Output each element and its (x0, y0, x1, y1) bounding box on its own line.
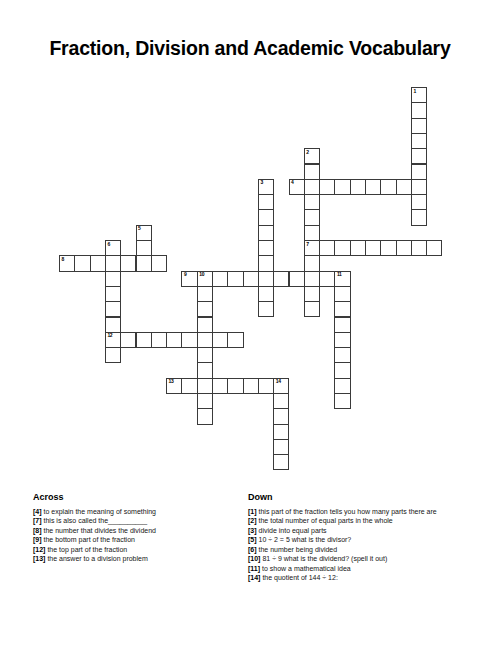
grid-cell[interactable]: 7 (304, 240, 320, 256)
grid-cell[interactable] (166, 332, 182, 348)
grid-cell[interactable] (411, 133, 427, 149)
grid-cell[interactable] (380, 179, 396, 195)
grid-cell[interactable] (304, 164, 320, 180)
grid-cell[interactable] (350, 179, 366, 195)
grid-cell[interactable] (105, 255, 121, 271)
down-clue-list: [1] this part of the fraction tells you … (248, 507, 496, 583)
grid-cell[interactable] (350, 240, 366, 256)
grid-cell[interactable] (334, 362, 350, 378)
clue-number-label: 12 (107, 333, 112, 338)
grid-cell[interactable] (396, 179, 412, 195)
grid-cell[interactable] (105, 347, 121, 363)
grid-cell[interactable]: 8 (59, 255, 75, 271)
grid-cell[interactable] (243, 378, 259, 394)
grid-cell[interactable] (411, 194, 427, 210)
clue-number: [9] (33, 536, 42, 543)
grid-cell[interactable] (258, 378, 274, 394)
grid-cell[interactable] (289, 271, 305, 287)
grid-cell[interactable] (273, 424, 289, 440)
clue-number: [8] (33, 527, 42, 534)
grid-cell[interactable] (243, 271, 259, 287)
grid-cell[interactable] (334, 179, 350, 195)
grid-cell[interactable] (197, 347, 213, 363)
clue-number: [6] (248, 546, 257, 553)
grid-cell[interactable] (334, 332, 350, 348)
down-header: Down (248, 492, 496, 502)
grid-cell[interactable]: 5 (136, 225, 152, 241)
grid-cell[interactable] (212, 378, 228, 394)
clue-item-down-3: [3] divide into equal parts (248, 526, 496, 536)
clue-item-down-2: [2] the total number of equal parts in t… (248, 516, 496, 526)
grid-cell[interactable] (411, 148, 427, 164)
grid-cell[interactable]: 12 (105, 332, 121, 348)
grid-cell[interactable] (151, 255, 167, 271)
clue-number: [1] (248, 508, 257, 515)
clue-number-label: 1 (413, 89, 415, 94)
grid-cell[interactable] (151, 332, 167, 348)
grid-cell[interactable] (120, 332, 136, 348)
worksheet-page: Fraction, Division and Academic Vocabula… (0, 0, 500, 647)
grid-cell[interactable] (319, 271, 335, 287)
puzzle-title: Fraction, Division and Academic Vocabula… (0, 37, 500, 60)
grid-cell[interactable] (136, 332, 152, 348)
clue-number: [12] (33, 546, 45, 553)
grid-cell[interactable] (212, 332, 228, 348)
grid-cell[interactable] (411, 164, 427, 180)
clue-item-across-8: [8] the number that divides the dividend (33, 526, 245, 536)
grid-cell[interactable] (181, 332, 197, 348)
clue-number-label: 11 (337, 272, 342, 277)
across-clue-list: [4] to explain the meaning of something[… (33, 507, 245, 564)
grid-cell[interactable] (197, 393, 213, 409)
grid-cell[interactable]: 1 (411, 87, 427, 103)
clue-number-label: 6 (107, 242, 109, 247)
grid-cell[interactable] (74, 255, 90, 271)
grid-cell[interactable] (411, 102, 427, 118)
clue-number-label: 14 (276, 379, 281, 384)
grid-cell[interactable] (212, 271, 228, 287)
grid-cell[interactable] (273, 439, 289, 455)
down-clues-section: Down [1] this part of the fraction tells… (248, 492, 496, 583)
clue-item-across-13: [13] the answer to a division problem (33, 554, 245, 564)
grid-cell[interactable] (197, 286, 213, 302)
grid-cell[interactable] (273, 393, 289, 409)
grid-cell[interactable] (319, 179, 335, 195)
grid-cell[interactable] (304, 179, 320, 195)
grid-cell[interactable] (273, 271, 289, 287)
grid-cell[interactable] (334, 393, 350, 409)
clue-number-label: 10 (199, 272, 204, 277)
grid-cell[interactable] (304, 255, 320, 271)
clue-item-across-9: [9] the bottom part of the fraction (33, 535, 245, 545)
clue-item-down-11: [11] to show a mathematical idea (248, 564, 496, 574)
grid-cell[interactable] (136, 240, 152, 256)
clue-number: [3] (248, 527, 257, 534)
grid-cell[interactable] (120, 255, 136, 271)
grid-cell[interactable] (197, 301, 213, 317)
clue-number: [10] (248, 555, 260, 562)
grid-cell[interactable] (426, 240, 442, 256)
grid-cell[interactable] (258, 301, 274, 317)
grid-cell[interactable] (380, 240, 396, 256)
clue-item-down-10: [10] 81 ÷ 9 what is the dividend? (spell… (248, 554, 496, 564)
grid-cell[interactable] (197, 332, 213, 348)
grid-cell[interactable] (258, 225, 274, 241)
clue-number-label: 2 (306, 150, 308, 155)
across-clues-section: Across [4] to explain the meaning of som… (33, 492, 245, 564)
clue-item-down-14: [14] the quotient of 144 ÷ 12: (248, 573, 496, 583)
grid-cell[interactable]: 4 (289, 179, 305, 195)
grid-cell[interactable]: 3 (258, 179, 274, 195)
grid-cell[interactable] (411, 240, 427, 256)
grid-cell[interactable] (365, 179, 381, 195)
clue-item-across-7: [7] this is also called the__________ (33, 516, 245, 526)
grid-cell[interactable] (334, 240, 350, 256)
grid-cell[interactable] (304, 225, 320, 241)
grid-cell[interactable] (197, 362, 213, 378)
grid-cell[interactable] (273, 408, 289, 424)
grid-cell[interactable] (105, 317, 121, 333)
clue-number-label: 8 (62, 257, 64, 262)
clue-item-across-12: [12] the top part of the fraction (33, 545, 245, 555)
grid-cell[interactable] (258, 271, 274, 287)
grid-cell[interactable] (334, 378, 350, 394)
grid-cell[interactable] (105, 271, 121, 287)
clue-number: [2] (248, 517, 257, 524)
clue-number-label: 3 (260, 180, 262, 185)
grid-cell[interactable] (411, 179, 427, 195)
grid-cell[interactable] (227, 378, 243, 394)
grid-cell[interactable] (258, 209, 274, 225)
clue-item-down-1: [1] this part of the fraction tells you … (248, 507, 496, 517)
grid-cell[interactable] (396, 240, 412, 256)
grid-cell[interactable] (411, 118, 427, 134)
grid-cell[interactable] (105, 286, 121, 302)
grid-cell[interactable] (319, 240, 335, 256)
clue-item-down-5: [5] 10 ÷ 2 = 5 what is the divisor? (248, 535, 496, 545)
clue-number: [14] (248, 574, 260, 581)
grid-cell[interactable]: 2 (304, 148, 320, 164)
across-header: Across (33, 492, 245, 502)
grid-cell[interactable] (304, 301, 320, 317)
grid-cell[interactable]: 6 (105, 240, 121, 256)
grid-cell[interactable] (227, 271, 243, 287)
grid-cell[interactable]: 10 (197, 271, 213, 287)
grid-cell[interactable] (304, 209, 320, 225)
clue-number: [13] (33, 555, 45, 562)
clue-number: [7] (33, 517, 42, 524)
grid-cell[interactable] (258, 286, 274, 302)
clue-number-label: 7 (306, 242, 308, 247)
grid-cell[interactable]: 11 (334, 271, 350, 287)
grid-cell[interactable] (197, 378, 213, 394)
grid-cell[interactable] (197, 408, 213, 424)
grid-cell[interactable]: 9 (181, 271, 197, 287)
crossword-grid: 4789101112131412356 (59, 87, 443, 471)
grid-cell[interactable] (90, 255, 106, 271)
grid-cell[interactable] (258, 240, 274, 256)
grid-cell[interactable]: 13 (166, 378, 182, 394)
grid-cell[interactable] (227, 332, 243, 348)
grid-cell[interactable] (304, 271, 320, 287)
grid-cell[interactable] (304, 286, 320, 302)
grid-cell[interactable] (136, 255, 152, 271)
clue-number-label: 9 (184, 272, 186, 277)
grid-cell[interactable] (365, 240, 381, 256)
grid-cell[interactable] (334, 301, 350, 317)
clue-number: [4] (33, 508, 42, 515)
grid-cell[interactable] (105, 301, 121, 317)
grid-cell[interactable]: 14 (273, 378, 289, 394)
grid-cell[interactable] (304, 194, 320, 210)
clue-item-down-6: [6] the number being divided (248, 545, 496, 555)
grid-cell[interactable] (258, 255, 274, 271)
clue-number-label: 5 (138, 226, 140, 231)
grid-cell[interactable] (197, 317, 213, 333)
grid-cell[interactable] (334, 317, 350, 333)
grid-cell[interactable] (181, 378, 197, 394)
clue-number: [5] (248, 536, 257, 543)
grid-cell[interactable] (334, 347, 350, 363)
grid-cell[interactable] (411, 209, 427, 225)
grid-cell[interactable] (258, 194, 274, 210)
grid-cell[interactable] (273, 454, 289, 470)
clue-number-label: 4 (291, 180, 293, 185)
clue-number-label: 13 (169, 379, 174, 384)
clue-item-across-4: [4] to explain the meaning of something (33, 507, 245, 517)
clue-number: [11] (248, 565, 260, 572)
grid-cell[interactable] (334, 286, 350, 302)
